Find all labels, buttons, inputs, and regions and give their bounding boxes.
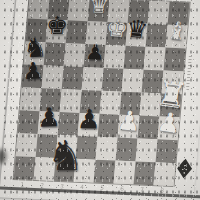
piece-black-pawn-a5[interactable]: ♟ xyxy=(23,61,44,84)
piece-white-pawn-f3[interactable]: ♟ xyxy=(116,107,143,134)
square-g6[interactable] xyxy=(144,47,166,71)
chess-board: ♛♚♚♛♝♞♟♟♜♟♟♟♟♞ 12345678 xyxy=(0,0,200,200)
square-d5[interactable] xyxy=(82,67,104,91)
square-g1[interactable] xyxy=(134,161,156,185)
piece-black-king-b7[interactable]: ♚ xyxy=(46,15,68,38)
piece-black-pawn-d3[interactable]: ♟ xyxy=(76,106,102,132)
square-f3[interactable]: ♟ xyxy=(118,115,140,139)
square-f2[interactable] xyxy=(116,138,138,162)
piece-black-pawn-b3[interactable]: ♟ xyxy=(37,104,61,130)
square-c7[interactable] xyxy=(66,20,88,44)
square-d6[interactable]: ♟ xyxy=(84,44,106,68)
square-h2[interactable] xyxy=(156,139,178,163)
square-c8[interactable] xyxy=(68,0,90,21)
square-a2[interactable] xyxy=(16,133,38,157)
square-h1[interactable] xyxy=(154,162,176,186)
square-c5[interactable] xyxy=(62,66,84,90)
square-f1[interactable] xyxy=(114,161,136,185)
piece-white-queen-d8[interactable]: ♛ xyxy=(88,0,109,17)
square-a1[interactable] xyxy=(14,156,36,180)
square-b5[interactable] xyxy=(42,65,64,89)
square-f6[interactable] xyxy=(124,46,146,70)
square-g8[interactable] xyxy=(148,1,170,25)
piece-black-queen-f7[interactable]: ♛ xyxy=(125,18,149,43)
square-g2[interactable] xyxy=(136,138,158,162)
square-e5[interactable] xyxy=(102,68,124,92)
piece-white-bishop-h7[interactable]: ♝ xyxy=(164,19,190,45)
square-c6[interactable] xyxy=(64,43,86,67)
emblem-pattern xyxy=(176,158,193,179)
square-f7[interactable]: ♛ xyxy=(126,23,148,47)
board-front-edge xyxy=(0,186,200,198)
maker-text-marks xyxy=(186,56,192,92)
square-h3[interactable]: ♟ xyxy=(158,116,180,140)
square-e2[interactable] xyxy=(96,137,118,161)
piece-white-pawn-h3[interactable]: ♟ xyxy=(155,108,183,136)
square-a5[interactable]: ♟ xyxy=(22,64,44,88)
square-f5[interactable] xyxy=(122,69,144,93)
piece-black-knight-c1[interactable]: ♞ xyxy=(46,137,86,177)
chess-board-photo: ♛♚♚♛♝♞♟♟♜♟♟♟♟♞ 12345678 xyxy=(0,0,200,200)
square-h7[interactable]: ♝ xyxy=(166,25,188,49)
square-e6[interactable] xyxy=(104,45,126,69)
board-grid: ♛♚♚♛♝♞♟♟♜♟♟♟♟♞ xyxy=(13,0,191,187)
square-e1[interactable] xyxy=(94,160,116,184)
square-b7[interactable]: ♚ xyxy=(46,19,68,43)
square-c1[interactable]: ♞ xyxy=(54,158,76,182)
square-h6[interactable] xyxy=(164,48,186,72)
maker-emblem-logo xyxy=(176,158,193,179)
piece-black-pawn-d6[interactable]: ♟ xyxy=(85,42,105,63)
